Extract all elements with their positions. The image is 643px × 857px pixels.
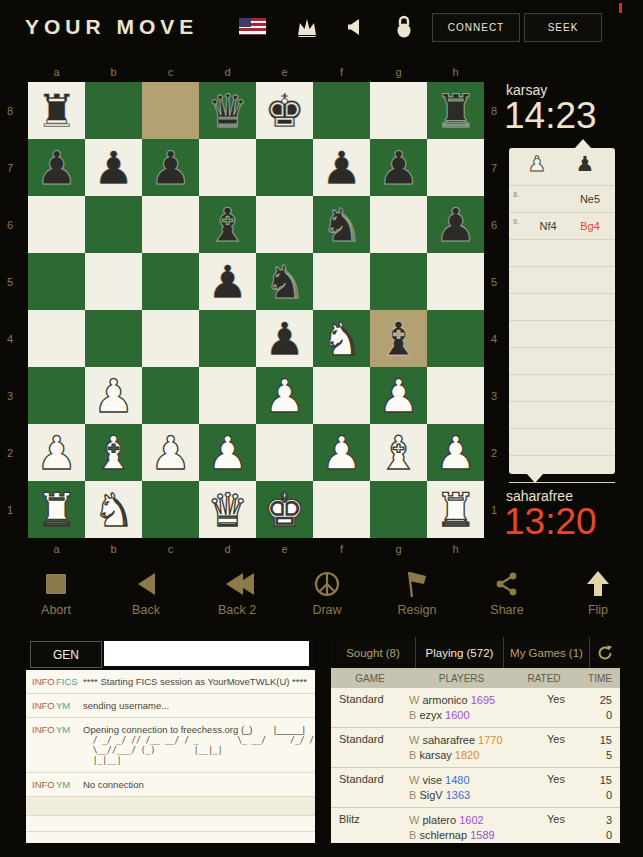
toolbar-label: Abort xyxy=(16,603,96,617)
move-list-header: ♟ ♟ xyxy=(509,148,615,186)
square-e3[interactable]: ♟ xyxy=(256,367,313,424)
white-pawn-piece[interactable]: ♟ xyxy=(321,430,362,476)
file-labels-top: abcdefgh xyxy=(28,66,484,80)
square-h7[interactable] xyxy=(427,139,484,196)
move-row[interactable] xyxy=(509,321,615,348)
square-f2[interactable]: ♟ xyxy=(313,424,370,481)
square-h6[interactable]: ♟ xyxy=(427,196,484,253)
coord-label: 1 xyxy=(0,481,20,538)
coord-label: f xyxy=(313,66,370,80)
white-bishop-piece[interactable]: ♝ xyxy=(93,430,134,476)
square-e7[interactable] xyxy=(256,139,313,196)
square-b4[interactable] xyxy=(85,310,142,367)
coord-label: a xyxy=(28,66,85,80)
console-log[interactable]: INFOFICS**** Starting FICS session as Yo… xyxy=(26,670,315,843)
game-row[interactable]: BlitzW platero 1602B schlernap 1589Yes30 xyxy=(331,808,620,843)
move-row[interactable] xyxy=(509,348,615,375)
square-g8[interactable] xyxy=(370,82,427,139)
move-row[interactable] xyxy=(509,294,615,321)
coord-label: b xyxy=(85,543,142,557)
square-h2[interactable]: ♟ xyxy=(427,424,484,481)
games-tabbar: Sought (8)Playing (572)My Games (1) xyxy=(331,637,620,668)
console-row: INFOYMOpening connection to freechess.or… xyxy=(26,718,315,773)
opponent-clock: 14:23 xyxy=(504,97,597,134)
app-title: YOUR MOVE xyxy=(25,15,198,39)
red-indicator xyxy=(619,3,622,13)
white-knight-piece[interactable]: ♞ xyxy=(93,487,134,533)
peace-icon xyxy=(287,568,367,600)
coord-label: 1 xyxy=(484,481,504,538)
square-c5[interactable] xyxy=(142,253,199,310)
player-clock: 13:20 xyxy=(504,503,597,540)
console-header: GEN xyxy=(26,637,315,670)
game-row[interactable]: StandardW armonico 1695B ezyx 1600Yes250 xyxy=(331,688,620,728)
crown-icon[interactable] xyxy=(294,14,320,40)
square-g1[interactable] xyxy=(370,481,427,538)
square-e5[interactable]: ♞ xyxy=(256,253,313,310)
black-pawn-piece[interactable]: ♟ xyxy=(264,316,305,362)
seek-button[interactable]: SEEK xyxy=(524,13,602,42)
black-pawn-piece[interactable]: ♟ xyxy=(207,259,248,305)
square-a3[interactable] xyxy=(28,367,85,424)
coord-label: 4 xyxy=(0,310,20,367)
black-pawn-piece[interactable]: ♟ xyxy=(378,145,419,191)
square-f8[interactable] xyxy=(313,82,370,139)
white-pawn-piece[interactable]: ♟ xyxy=(36,430,77,476)
coord-label: h xyxy=(427,543,484,557)
square-e2[interactable] xyxy=(256,424,313,481)
square-e8[interactable]: ♚ xyxy=(256,82,313,139)
square-c3[interactable] xyxy=(142,367,199,424)
square-a4[interactable] xyxy=(28,310,85,367)
movelist-pointer-down xyxy=(527,474,543,483)
square-e6[interactable] xyxy=(256,196,313,253)
tab-my[interactable]: My Games (1) xyxy=(504,637,590,668)
square-d7[interactable] xyxy=(199,139,256,196)
square-b8[interactable] xyxy=(85,82,142,139)
move-list-panel[interactable]: ♟ ♟ 8.Ne59.Nf4Bg4 xyxy=(509,148,615,474)
white-queen-piece[interactable]: ♛ xyxy=(207,487,248,533)
square-a7[interactable]: ♟ xyxy=(28,139,85,196)
coord-label: 7 xyxy=(0,139,20,196)
coord-label: 5 xyxy=(0,253,20,310)
coord-label: 8 xyxy=(0,82,20,139)
coord-label: 5 xyxy=(484,253,504,310)
coord-label: d xyxy=(199,66,256,80)
black-rook-piece[interactable]: ♜ xyxy=(36,88,77,134)
coord-label: b xyxy=(85,66,142,80)
share-button[interactable]: Share xyxy=(467,568,547,622)
square-b5[interactable] xyxy=(85,253,142,310)
console-row: INFOYMsending username... xyxy=(26,694,315,718)
game-row[interactable]: StandardW vise 1480B SigV 1363Yes150 xyxy=(331,768,620,808)
column-header: GAME xyxy=(331,673,409,684)
console-row: INFOFICS**** Starting FICS session as Yo… xyxy=(26,670,315,694)
square-a2[interactable]: ♟ xyxy=(28,424,85,481)
games-table-header: GAMEPLAYERSRATEDTIME xyxy=(331,668,620,688)
move-row[interactable] xyxy=(509,375,615,402)
lock-icon[interactable] xyxy=(391,14,417,40)
white-bishop-piece[interactable]: ♝ xyxy=(378,430,419,476)
coord-label: d xyxy=(199,543,256,557)
move-row[interactable]: 8.Ne5 xyxy=(509,186,615,213)
square-h4[interactable] xyxy=(427,310,484,367)
stop-square-icon xyxy=(16,568,96,600)
coord-label: 3 xyxy=(484,367,504,424)
flag-icon xyxy=(377,568,457,600)
square-b6[interactable] xyxy=(85,196,142,253)
us-flag-icon[interactable] xyxy=(239,18,266,35)
square-b1[interactable]: ♞ xyxy=(85,481,142,538)
coord-label: a xyxy=(28,543,85,557)
square-c8[interactable] xyxy=(142,82,199,139)
coord-label: c xyxy=(142,66,199,80)
coord-label: h xyxy=(427,66,484,80)
draw-button[interactable]: Draw xyxy=(287,568,367,622)
back-button[interactable]: Back xyxy=(106,568,186,622)
coord-label: 3 xyxy=(0,367,20,424)
game-row[interactable]: StandardW saharafree 1770B karsay 1820Ye… xyxy=(331,728,620,768)
square-c2[interactable]: ♟ xyxy=(142,424,199,481)
square-d3[interactable] xyxy=(199,367,256,424)
white-pawn-piece[interactable]: ♟ xyxy=(93,373,134,419)
square-g6[interactable] xyxy=(370,196,427,253)
square-f7[interactable]: ♟ xyxy=(313,139,370,196)
games-table[interactable]: StandardW armonico 1695B ezyx 1600Yes250… xyxy=(331,688,620,843)
square-g7[interactable]: ♟ xyxy=(370,139,427,196)
square-e4[interactable]: ♟ xyxy=(256,310,313,367)
square-d1[interactable]: ♛ xyxy=(199,481,256,538)
black-pawn-piece[interactable]: ♟ xyxy=(435,202,476,248)
black-knight-piece[interactable]: ♞ xyxy=(264,259,305,305)
tab-sought[interactable]: Sought (8) xyxy=(331,637,416,668)
flip-arrow-icon xyxy=(558,568,638,600)
column-header: PLAYERS xyxy=(409,673,514,684)
black-pawn-piece[interactable]: ♟ xyxy=(321,145,362,191)
square-f1[interactable] xyxy=(313,481,370,538)
toolbar-label: Share xyxy=(467,603,547,617)
white-pawn-piece[interactable]: ♟ xyxy=(207,430,248,476)
square-h8[interactable]: ♜ xyxy=(427,82,484,139)
black-queen-piece[interactable]: ♛ xyxy=(207,88,248,134)
coord-label: c xyxy=(142,543,199,557)
share-icon xyxy=(467,568,547,600)
movelist-pointer-up xyxy=(575,139,591,148)
white-pawn-piece[interactable]: ♟ xyxy=(150,430,191,476)
console-row: INFOYMNo connection xyxy=(26,773,315,797)
toolbar-label: Draw xyxy=(287,603,367,617)
move-row[interactable] xyxy=(509,267,615,294)
square-d2[interactable]: ♟ xyxy=(199,424,256,481)
square-b3[interactable]: ♟ xyxy=(85,367,142,424)
resign-button[interactable]: Resign xyxy=(377,568,457,622)
black-pawn-icon: ♟ xyxy=(570,154,600,175)
rank-labels-right: 87654321 xyxy=(484,82,504,538)
black-bishop-piece[interactable]: ♝ xyxy=(378,316,419,362)
square-h5[interactable] xyxy=(427,253,484,310)
black-rook-piece[interactable]: ♜ xyxy=(435,88,476,134)
tab-playing[interactable]: Playing (572) xyxy=(416,637,504,668)
refresh-icon[interactable] xyxy=(590,637,620,668)
toolbar-label: Resign xyxy=(377,603,457,617)
square-h3[interactable] xyxy=(427,367,484,424)
abort-button[interactable]: Abort xyxy=(16,568,96,622)
square-g3[interactable]: ♟ xyxy=(370,367,427,424)
square-c4[interactable] xyxy=(142,310,199,367)
square-a5[interactable] xyxy=(28,253,85,310)
square-d5[interactable]: ♟ xyxy=(199,253,256,310)
white-king-piece[interactable]: ♚ xyxy=(264,487,305,533)
move-row[interactable]: 9.Nf4Bg4 xyxy=(509,213,615,240)
toolbar-label: Back xyxy=(106,603,186,617)
console-input[interactable] xyxy=(104,641,309,666)
square-c7[interactable]: ♟ xyxy=(142,139,199,196)
coord-label: e xyxy=(256,543,313,557)
back2-icon xyxy=(197,568,277,600)
square-d4[interactable] xyxy=(199,310,256,367)
coord-label: 6 xyxy=(0,196,20,253)
move-row[interactable] xyxy=(509,429,615,456)
move-row[interactable] xyxy=(509,456,615,483)
square-h1[interactable]: ♜ xyxy=(427,481,484,538)
coord-label: 7 xyxy=(484,139,504,196)
black-pawn-piece[interactable]: ♟ xyxy=(36,145,77,191)
column-header: TIME xyxy=(574,673,620,684)
square-f4[interactable]: ♞ xyxy=(313,310,370,367)
coord-label: 2 xyxy=(484,424,504,481)
white-pawn-icon: ♟ xyxy=(522,154,552,175)
move-row[interactable] xyxy=(509,402,615,429)
black-knight-piece[interactable]: ♞ xyxy=(321,202,362,248)
square-a1[interactable]: ♜ xyxy=(28,481,85,538)
black-bishop-piece[interactable]: ♝ xyxy=(207,202,248,248)
white-rook-piece[interactable]: ♜ xyxy=(36,487,77,533)
square-f6[interactable]: ♞ xyxy=(313,196,370,253)
speaker-muted-icon[interactable] xyxy=(342,14,368,40)
coord-label: 8 xyxy=(484,82,504,139)
white-pawn-piece[interactable]: ♟ xyxy=(264,373,305,419)
black-pawn-piece[interactable]: ♟ xyxy=(93,145,134,191)
square-a6[interactable] xyxy=(28,196,85,253)
white-pawn-piece[interactable]: ♟ xyxy=(378,373,419,419)
black-pawn-piece[interactable]: ♟ xyxy=(150,145,191,191)
square-g4[interactable]: ♝ xyxy=(370,310,427,367)
connect-button[interactable]: CONNECT xyxy=(432,13,520,42)
white-pawn-piece[interactable]: ♟ xyxy=(435,430,476,476)
square-e1[interactable]: ♚ xyxy=(256,481,313,538)
coord-label: 2 xyxy=(0,424,20,481)
coord-label: e xyxy=(256,66,313,80)
coord-label: f xyxy=(313,543,370,557)
chess-board: ♜♛♚♜♟♟♟♟♟♝♞♟♟♞♟♞♝♟♟♟♟♝♟♟♟♝♟♜♞♛♚♜ xyxy=(28,82,484,538)
square-a8[interactable]: ♜ xyxy=(28,82,85,139)
square-f5[interactable] xyxy=(313,253,370,310)
white-rook-piece[interactable]: ♜ xyxy=(435,487,476,533)
back-icon xyxy=(106,568,186,600)
square-d6[interactable]: ♝ xyxy=(199,196,256,253)
move-row[interactable] xyxy=(509,240,615,267)
app-window: YOUR MOVE CONNECT SEEK abcdefgh abcdefgh… xyxy=(0,0,643,857)
flip-button[interactable]: Flip xyxy=(558,568,638,622)
square-d8[interactable]: ♛ xyxy=(199,82,256,139)
square-f3[interactable] xyxy=(313,367,370,424)
toolbar-label: Flip xyxy=(558,603,638,617)
square-c6[interactable] xyxy=(142,196,199,253)
toolbar-label: Back 2 xyxy=(197,603,277,617)
white-knight-piece[interactable]: ♞ xyxy=(321,316,362,362)
square-g2[interactable]: ♝ xyxy=(370,424,427,481)
channel-button[interactable]: GEN xyxy=(30,641,102,668)
black-king-piece[interactable]: ♚ xyxy=(264,88,305,134)
file-labels-bottom: abcdefgh xyxy=(28,543,484,557)
rank-labels-left: 87654321 xyxy=(0,82,20,538)
back-2-button[interactable]: Back 2 xyxy=(197,568,277,622)
column-header: RATED xyxy=(514,673,574,684)
coord-label: g xyxy=(370,66,427,80)
square-c1[interactable] xyxy=(142,481,199,538)
coord-label: g xyxy=(370,543,427,557)
coord-label: 4 xyxy=(484,310,504,367)
coord-label: 6 xyxy=(484,196,504,253)
square-b7[interactable]: ♟ xyxy=(85,139,142,196)
square-g5[interactable] xyxy=(370,253,427,310)
square-b2[interactable]: ♝ xyxy=(85,424,142,481)
